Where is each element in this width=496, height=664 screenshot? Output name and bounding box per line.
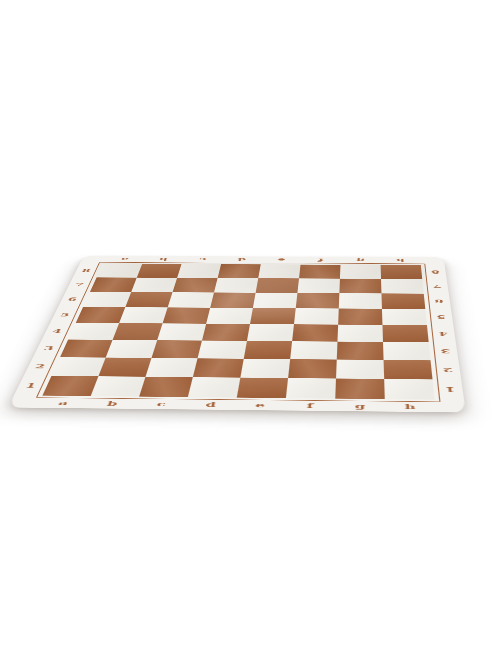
square-d2[interactable] — [193, 358, 244, 377]
file-label-top-c: c — [182, 257, 223, 263]
square-h8[interactable] — [381, 265, 423, 279]
square-b2[interactable] — [98, 358, 151, 377]
square-f6[interactable] — [296, 293, 340, 309]
square-g4[interactable] — [337, 325, 383, 342]
file-label-bottom-e: e — [235, 400, 286, 410]
square-b3[interactable] — [106, 340, 158, 358]
chess-board-grid — [42, 264, 434, 400]
square-e1[interactable] — [237, 378, 288, 398]
rank-label-right-4: 4 — [432, 325, 455, 342]
rank-label-left-4: 4 — [43, 323, 71, 340]
rank-label-right-5: 5 — [430, 309, 452, 325]
square-e8[interactable] — [258, 264, 300, 278]
square-a8[interactable] — [97, 264, 143, 278]
square-a7[interactable] — [90, 277, 137, 292]
square-g3[interactable] — [337, 342, 384, 360]
square-h1[interactable] — [384, 379, 434, 400]
square-e7[interactable] — [256, 278, 299, 293]
square-b5[interactable] — [119, 307, 168, 323]
square-h5[interactable] — [382, 309, 427, 325]
file-label-top-b: b — [143, 256, 184, 262]
square-c7[interactable] — [173, 278, 218, 293]
square-f7[interactable] — [297, 278, 340, 293]
file-labels-top: abcdefgh — [104, 256, 421, 263]
rank-label-right-1: 1 — [438, 379, 463, 399]
square-b1[interactable] — [91, 376, 146, 396]
square-b6[interactable] — [125, 292, 172, 307]
file-labels-bottom: abcdefgh — [37, 398, 436, 412]
chess-mat: abcdefgh abcdefgh 87654321 87654321 — [8, 256, 466, 413]
square-a1[interactable] — [42, 376, 98, 396]
file-label-top-a: a — [104, 256, 145, 262]
file-label-top-f: f — [301, 257, 341, 263]
square-b4[interactable] — [113, 323, 163, 340]
square-e2[interactable] — [240, 359, 290, 378]
file-label-bottom-b: b — [86, 398, 138, 408]
square-d5[interactable] — [206, 308, 253, 324]
square-c2[interactable] — [146, 358, 198, 377]
square-a4[interactable] — [68, 323, 119, 340]
rank-label-left-3: 3 — [34, 339, 63, 357]
square-e6[interactable] — [253, 293, 298, 309]
rank-label-left-7: 7 — [67, 277, 92, 291]
square-c1[interactable] — [139, 377, 193, 397]
square-f1[interactable] — [286, 378, 336, 399]
square-e4[interactable] — [247, 324, 294, 341]
square-g2[interactable] — [336, 360, 384, 379]
square-g6[interactable] — [339, 293, 382, 309]
square-h2[interactable] — [384, 360, 433, 379]
rank-label-right-8: 8 — [425, 265, 445, 279]
square-h7[interactable] — [381, 279, 424, 294]
square-a6[interactable] — [83, 292, 131, 307]
file-label-top-g: g — [341, 257, 381, 263]
square-f8[interactable] — [299, 265, 340, 279]
square-f2[interactable] — [288, 359, 337, 378]
rank-label-left-6: 6 — [59, 292, 85, 307]
square-b8[interactable] — [137, 264, 182, 278]
square-g8[interactable] — [340, 265, 381, 279]
square-h4[interactable] — [382, 325, 428, 342]
square-c6[interactable] — [168, 292, 214, 307]
square-f3[interactable] — [290, 341, 337, 359]
square-c5[interactable] — [163, 307, 211, 323]
file-label-top-h: h — [380, 257, 420, 263]
photo-background: abcdefgh abcdefgh 87654321 87654321 — [0, 0, 496, 664]
file-label-bottom-g: g — [335, 401, 385, 411]
square-a5[interactable] — [76, 307, 125, 323]
file-label-top-e: e — [261, 257, 301, 263]
square-c4[interactable] — [157, 323, 206, 340]
square-e5[interactable] — [250, 308, 296, 324]
square-b7[interactable] — [131, 278, 177, 293]
square-d3[interactable] — [198, 341, 247, 359]
square-d8[interactable] — [218, 264, 261, 278]
square-h3[interactable] — [383, 342, 431, 360]
rank-label-right-3: 3 — [434, 342, 457, 360]
square-c3[interactable] — [152, 340, 202, 358]
file-label-bottom-h: h — [385, 401, 436, 411]
rank-label-left-2: 2 — [25, 357, 55, 376]
rank-label-right-7: 7 — [427, 279, 448, 294]
file-label-top-d: d — [221, 257, 262, 263]
square-d6[interactable] — [210, 292, 255, 307]
square-d7[interactable] — [214, 278, 258, 293]
square-a3[interactable] — [60, 340, 113, 358]
square-g1[interactable] — [335, 379, 385, 400]
perspective-stage: abcdefgh abcdefgh 87654321 87654321 — [48, 122, 452, 526]
square-e3[interactable] — [244, 341, 292, 359]
file-label-bottom-f: f — [285, 400, 336, 410]
rank-label-right-6: 6 — [429, 294, 450, 310]
rank-label-left-8: 8 — [74, 264, 99, 278]
rank-label-right-2: 2 — [436, 360, 460, 379]
rank-label-left-5: 5 — [51, 307, 78, 323]
file-label-bottom-a: a — [37, 398, 90, 408]
rank-label-left-1: 1 — [15, 376, 46, 396]
file-label-bottom-d: d — [185, 399, 236, 409]
square-h6[interactable] — [381, 293, 425, 309]
square-d1[interactable] — [188, 377, 240, 397]
square-g7[interactable] — [339, 279, 381, 294]
square-f5[interactable] — [294, 308, 339, 324]
square-c8[interactable] — [177, 264, 221, 278]
file-label-bottom-c: c — [135, 399, 187, 409]
square-f4[interactable] — [292, 324, 338, 341]
square-a2[interactable] — [51, 357, 105, 376]
square-d4[interactable] — [202, 324, 250, 341]
square-g5[interactable] — [338, 308, 382, 324]
